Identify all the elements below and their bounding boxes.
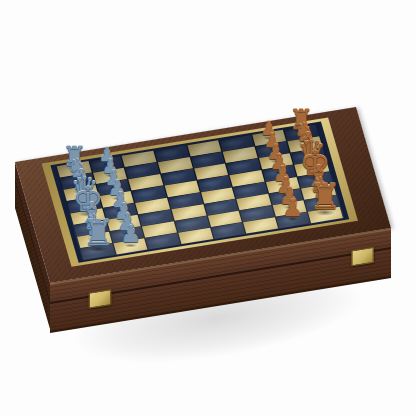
piece-black-rook-h8[interactable]: ♜ bbox=[83, 216, 114, 251]
rook-glyph: ♜ bbox=[83, 216, 114, 251]
chess-set-photo: ♜♟♞♟♝♟♟♛♜♟♟♚♞♟♟♝♝♟♟♞♛♟♟♜♚♟♟♝♟♞♟♜ bbox=[0, 0, 416, 416]
rook-glyph: ♜ bbox=[309, 180, 340, 215]
brass-clasp-right bbox=[351, 247, 374, 267]
piece-black-pawn-h7[interactable]: ♟ bbox=[120, 223, 141, 246]
pawn-glyph: ♟ bbox=[120, 223, 141, 246]
piece-white-pawn-h2[interactable]: ♟ bbox=[282, 197, 303, 220]
brass-clasp-left bbox=[89, 289, 112, 309]
piece-white-rook-h1[interactable]: ♜ bbox=[309, 180, 340, 215]
pawn-glyph: ♟ bbox=[282, 197, 303, 220]
